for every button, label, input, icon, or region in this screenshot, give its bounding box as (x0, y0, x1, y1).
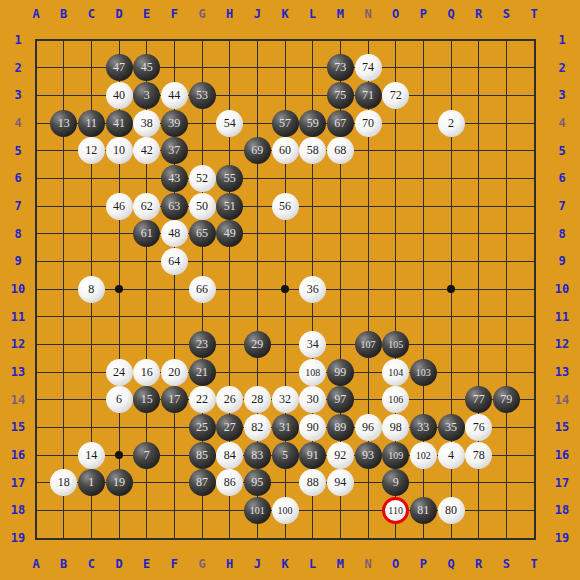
stone-E14[interactable]: 15 (133, 386, 160, 413)
stone-G13[interactable]: 21 (189, 359, 216, 386)
stone-O15[interactable]: 98 (382, 414, 409, 441)
col-label-bottom-Q: Q (441, 558, 461, 570)
row-label-right-3: 3 (550, 89, 574, 101)
stone-L13[interactable]: 108 (299, 359, 326, 386)
stone-C5[interactable]: 12 (78, 137, 105, 164)
row-label-right-8: 8 (550, 228, 574, 240)
stone-O14[interactable]: 106 (382, 386, 409, 413)
row-label-left-7: 7 (6, 200, 30, 212)
stone-K16[interactable]: 5 (272, 442, 299, 469)
stone-Q4[interactable]: 2 (438, 110, 465, 137)
row-label-left-3: 3 (6, 89, 30, 101)
stone-E13[interactable]: 16 (133, 359, 160, 386)
row-label-left-14: 14 (6, 394, 30, 406)
stone-G6[interactable]: 52 (189, 165, 216, 192)
row-label-left-6: 6 (6, 172, 30, 184)
col-label-top-O: O (386, 8, 406, 20)
star-point (115, 451, 123, 459)
stone-C16[interactable]: 14 (78, 442, 105, 469)
stone-E7[interactable]: 62 (133, 193, 160, 220)
row-label-right-9: 9 (550, 255, 574, 267)
stone-H8[interactable]: 49 (216, 220, 243, 247)
stone-K5[interactable]: 60 (272, 137, 299, 164)
col-label-top-A: A (26, 8, 46, 20)
star-point (447, 285, 455, 293)
stone-Q16[interactable]: 4 (438, 442, 465, 469)
stone-N3[interactable]: 71 (355, 82, 382, 109)
go-board[interactable]: AABBCCDDEEFFGGHHJJKKLLMMNNOOPPQQRRSSTT11… (0, 0, 580, 580)
stone-E8[interactable]: 61 (133, 220, 160, 247)
col-label-top-F: F (164, 8, 184, 20)
stone-Q18[interactable]: 80 (438, 497, 465, 524)
stone-H4[interactable]: 54 (216, 110, 243, 137)
stone-P16[interactable]: 102 (410, 442, 437, 469)
col-label-bottom-T: T (524, 558, 544, 570)
stone-F8[interactable]: 48 (161, 220, 188, 247)
col-label-top-L: L (303, 8, 323, 20)
col-label-top-E: E (137, 8, 157, 20)
stone-D4[interactable]: 41 (106, 110, 133, 137)
col-label-top-C: C (81, 8, 101, 20)
stone-R15[interactable]: 76 (465, 414, 492, 441)
stone-D13[interactable]: 24 (106, 359, 133, 386)
stone-L15[interactable]: 90 (299, 414, 326, 441)
stone-K18[interactable]: 100 (272, 497, 299, 524)
row-label-left-15: 15 (6, 421, 30, 433)
stone-J14[interactable]: 28 (244, 386, 271, 413)
row-label-right-13: 13 (550, 366, 574, 378)
stone-E3[interactable]: 3 (133, 82, 160, 109)
stone-F13[interactable]: 20 (161, 359, 188, 386)
stone-F4[interactable]: 39 (161, 110, 188, 137)
stone-H7[interactable]: 51 (216, 193, 243, 220)
row-label-right-6: 6 (550, 172, 574, 184)
stone-N15[interactable]: 96 (355, 414, 382, 441)
stone-M17[interactable]: 94 (327, 469, 354, 496)
stone-N4[interactable]: 70 (355, 110, 382, 137)
stone-O16[interactable]: 109 (382, 442, 409, 469)
stone-L12[interactable]: 34 (299, 331, 326, 358)
stone-E4[interactable]: 38 (133, 110, 160, 137)
row-label-right-14: 14 (550, 394, 574, 406)
row-label-right-15: 15 (550, 421, 574, 433)
stone-G8[interactable]: 65 (189, 220, 216, 247)
row-label-left-9: 9 (6, 255, 30, 267)
stone-D14[interactable]: 6 (106, 386, 133, 413)
stone-K15[interactable]: 31 (272, 414, 299, 441)
stone-L5[interactable]: 58 (299, 137, 326, 164)
stone-J16[interactable]: 83 (244, 442, 271, 469)
stone-K14[interactable]: 32 (272, 386, 299, 413)
col-label-bottom-M: M (330, 558, 350, 570)
stone-D5[interactable]: 10 (106, 137, 133, 164)
row-label-right-5: 5 (550, 145, 574, 157)
stone-G10[interactable]: 66 (189, 276, 216, 303)
stone-G14[interactable]: 22 (189, 386, 216, 413)
stone-F5[interactable]: 37 (161, 137, 188, 164)
row-label-left-4: 4 (6, 117, 30, 129)
stone-L4[interactable]: 59 (299, 110, 326, 137)
stone-L10[interactable]: 36 (299, 276, 326, 303)
row-label-right-19: 19 (550, 532, 574, 544)
col-label-bottom-D: D (109, 558, 129, 570)
stone-E16[interactable]: 7 (133, 442, 160, 469)
stone-J18[interactable]: 101 (244, 497, 271, 524)
stone-P18[interactable]: 81 (410, 497, 437, 524)
row-label-left-17: 17 (6, 477, 30, 489)
stone-G7[interactable]: 50 (189, 193, 216, 220)
row-label-right-12: 12 (550, 338, 574, 350)
col-label-top-S: S (496, 8, 516, 20)
stone-D2[interactable]: 47 (106, 54, 133, 81)
stone-B4[interactable]: 13 (50, 110, 77, 137)
row-label-left-12: 12 (6, 338, 30, 350)
col-label-top-R: R (469, 8, 489, 20)
stone-M15[interactable]: 89 (327, 414, 354, 441)
stone-O3[interactable]: 72 (382, 82, 409, 109)
stone-P15[interactable]: 33 (410, 414, 437, 441)
stone-M3[interactable]: 75 (327, 82, 354, 109)
col-label-bottom-B: B (54, 558, 74, 570)
stone-J15[interactable]: 82 (244, 414, 271, 441)
stone-G17[interactable]: 87 (189, 469, 216, 496)
col-label-bottom-O: O (386, 558, 406, 570)
stone-F3[interactable]: 44 (161, 82, 188, 109)
row-label-left-2: 2 (6, 62, 30, 74)
col-label-top-T: T (524, 8, 544, 20)
col-label-top-M: M (330, 8, 350, 20)
stone-K4[interactable]: 57 (272, 110, 299, 137)
stone-M5[interactable]: 68 (327, 137, 354, 164)
stone-E5[interactable]: 42 (133, 137, 160, 164)
row-label-left-19: 19 (6, 532, 30, 544)
stone-D7[interactable]: 46 (106, 193, 133, 220)
stone-M4[interactable]: 67 (327, 110, 354, 137)
stone-G16[interactable]: 85 (189, 442, 216, 469)
stone-J5[interactable]: 69 (244, 137, 271, 164)
stone-O13[interactable]: 104 (382, 359, 409, 386)
col-label-top-Q: Q (441, 8, 461, 20)
row-label-right-1: 1 (550, 34, 574, 46)
col-label-bottom-E: E (137, 558, 157, 570)
stone-N12[interactable]: 107 (355, 331, 382, 358)
row-label-left-16: 16 (6, 449, 30, 461)
col-label-bottom-N: N (358, 558, 378, 570)
col-label-top-H: H (220, 8, 240, 20)
stone-F6[interactable]: 43 (161, 165, 188, 192)
row-label-left-10: 10 (6, 283, 30, 295)
stone-M16[interactable]: 92 (327, 442, 354, 469)
col-label-bottom-A: A (26, 558, 46, 570)
col-label-top-P: P (413, 8, 433, 20)
col-label-bottom-H: H (220, 558, 240, 570)
col-label-bottom-F: F (164, 558, 184, 570)
stone-N2[interactable]: 74 (355, 54, 382, 81)
stone-F7[interactable]: 63 (161, 193, 188, 220)
stone-G12[interactable]: 23 (189, 331, 216, 358)
stone-N16[interactable]: 93 (355, 442, 382, 469)
row-label-left-1: 1 (6, 34, 30, 46)
row-label-right-17: 17 (550, 477, 574, 489)
stone-G3[interactable]: 53 (189, 82, 216, 109)
stone-J12[interactable]: 29 (244, 331, 271, 358)
col-label-bottom-R: R (469, 558, 489, 570)
stone-Q15[interactable]: 35 (438, 414, 465, 441)
col-label-top-G: G (192, 8, 212, 20)
col-label-top-D: D (109, 8, 129, 20)
col-label-top-K: K (275, 8, 295, 20)
col-label-bottom-C: C (81, 558, 101, 570)
stone-L17[interactable]: 88 (299, 469, 326, 496)
stone-R14[interactable]: 77 (465, 386, 492, 413)
stone-C4[interactable]: 11 (78, 110, 105, 137)
stone-H16[interactable]: 84 (216, 442, 243, 469)
stone-M13[interactable]: 99 (327, 359, 354, 386)
stone-F9[interactable]: 64 (161, 248, 188, 275)
col-label-top-J: J (247, 8, 267, 20)
stone-H15[interactable]: 27 (216, 414, 243, 441)
stone-H17[interactable]: 86 (216, 469, 243, 496)
stone-C10[interactable]: 8 (78, 276, 105, 303)
row-label-left-8: 8 (6, 228, 30, 240)
stone-C17[interactable]: 1 (78, 469, 105, 496)
row-label-left-13: 13 (6, 366, 30, 378)
star-point (115, 285, 123, 293)
col-label-bottom-J: J (247, 558, 267, 570)
row-label-right-7: 7 (550, 200, 574, 212)
col-label-bottom-P: P (413, 558, 433, 570)
star-point (281, 285, 289, 293)
row-label-right-16: 16 (550, 449, 574, 461)
stone-B17[interactable]: 18 (50, 469, 77, 496)
col-label-top-N: N (358, 8, 378, 20)
stone-D17[interactable]: 19 (106, 469, 133, 496)
stone-M14[interactable]: 97 (327, 386, 354, 413)
row-label-right-11: 11 (550, 311, 574, 323)
row-label-right-2: 2 (550, 62, 574, 74)
stone-M2[interactable]: 73 (327, 54, 354, 81)
stone-D3[interactable]: 40 (106, 82, 133, 109)
row-label-right-18: 18 (550, 504, 574, 516)
stone-K7[interactable]: 56 (272, 193, 299, 220)
stone-J17[interactable]: 95 (244, 469, 271, 496)
row-label-right-10: 10 (550, 283, 574, 295)
col-label-bottom-K: K (275, 558, 295, 570)
stone-G15[interactable]: 25 (189, 414, 216, 441)
stone-H6[interactable]: 55 (216, 165, 243, 192)
col-label-bottom-G: G (192, 558, 212, 570)
stone-S14[interactable]: 79 (493, 386, 520, 413)
stone-P13[interactable]: 103 (410, 359, 437, 386)
col-label-bottom-L: L (303, 558, 323, 570)
stone-L14[interactable]: 30 (299, 386, 326, 413)
col-label-top-B: B (54, 8, 74, 20)
row-label-left-5: 5 (6, 145, 30, 157)
row-label-right-4: 4 (550, 117, 574, 129)
stone-O12[interactable]: 105 (382, 331, 409, 358)
col-label-bottom-S: S (496, 558, 516, 570)
stone-O17[interactable]: 9 (382, 469, 409, 496)
stone-L16[interactable]: 91 (299, 442, 326, 469)
stone-F14[interactable]: 17 (161, 386, 188, 413)
stone-R16[interactable]: 78 (465, 442, 492, 469)
row-label-left-11: 11 (6, 311, 30, 323)
stone-H14[interactable]: 26 (216, 386, 243, 413)
stone-O18-last-move[interactable]: 110 (382, 497, 409, 524)
row-label-left-18: 18 (6, 504, 30, 516)
stone-E2[interactable]: 45 (133, 54, 160, 81)
